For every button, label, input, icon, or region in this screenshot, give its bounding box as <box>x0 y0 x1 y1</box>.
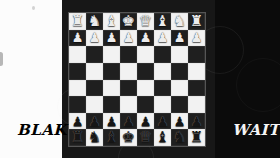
chess-board: ♜♞♝♚♛♝♞♜♟♟♟♟♟♟♟♟♟♟♟♟♟♟♟♟♜♞♝♚♛♝♞♜ <box>68 12 206 147</box>
square-a6[interactable] <box>188 96 205 113</box>
black-knight-icon: ♞ <box>173 130 186 145</box>
edge-smudge <box>0 52 3 66</box>
square-e8[interactable]: ♚ <box>120 129 137 146</box>
square-f5[interactable] <box>103 80 120 97</box>
square-g4[interactable] <box>86 63 103 80</box>
right-caption: WAIT <box>232 121 280 139</box>
square-d5[interactable] <box>137 80 154 97</box>
white-pawn-icon: ♟ <box>89 31 101 44</box>
black-king-icon: ♚ <box>122 130 135 145</box>
square-g6[interactable] <box>86 96 103 113</box>
square-h4[interactable] <box>69 63 86 80</box>
white-pawn-icon: ♟ <box>191 31 203 44</box>
white-bishop-icon: ♝ <box>105 14 118 29</box>
square-f8[interactable]: ♝ <box>103 129 120 146</box>
square-h8[interactable]: ♜ <box>69 129 86 146</box>
square-d2[interactable]: ♟ <box>137 30 154 47</box>
square-e4[interactable] <box>120 63 137 80</box>
white-rook-icon: ♜ <box>71 14 84 29</box>
square-e3[interactable] <box>120 46 137 63</box>
square-f6[interactable] <box>103 96 120 113</box>
square-h5[interactable] <box>69 80 86 97</box>
square-g3[interactable] <box>86 46 103 63</box>
square-f7[interactable]: ♟ <box>103 113 120 130</box>
square-a5[interactable] <box>188 80 205 97</box>
screenshot-root: ♜♞♝♚♛♝♞♜♟♟♟♟♟♟♟♟♟♟♟♟♟♟♟♟♜♞♝♚♛♝♞♜ BLAK WA… <box>0 0 280 158</box>
square-d6[interactable] <box>137 96 154 113</box>
square-b1[interactable]: ♞ <box>171 13 188 30</box>
square-c5[interactable] <box>154 80 171 97</box>
black-pawn-icon: ♟ <box>89 115 101 128</box>
square-h2[interactable]: ♟ <box>69 30 86 47</box>
left-caption: BLAK <box>17 121 67 139</box>
square-a2[interactable]: ♟ <box>188 30 205 47</box>
white-pawn-icon: ♟ <box>72 31 84 44</box>
white-pawn-icon: ♟ <box>123 31 135 44</box>
square-e5[interactable] <box>120 80 137 97</box>
square-c2[interactable]: ♟ <box>154 30 171 47</box>
square-b8[interactable]: ♞ <box>171 129 188 146</box>
white-king-icon: ♚ <box>122 14 135 29</box>
square-c6[interactable] <box>154 96 171 113</box>
square-d7[interactable]: ♟ <box>137 113 154 130</box>
square-c8[interactable]: ♝ <box>154 129 171 146</box>
black-pawn-icon: ♟ <box>157 115 169 128</box>
white-pawn-icon: ♟ <box>140 31 152 44</box>
square-g1[interactable]: ♞ <box>86 13 103 30</box>
square-g8[interactable]: ♞ <box>86 129 103 146</box>
square-b4[interactable] <box>171 63 188 80</box>
square-a1[interactable]: ♜ <box>188 13 205 30</box>
black-pawn-icon: ♟ <box>106 115 118 128</box>
black-bishop-icon: ♝ <box>105 130 118 145</box>
black-queen-icon: ♛ <box>139 130 152 145</box>
black-pawn-icon: ♟ <box>174 115 186 128</box>
black-rook-icon: ♜ <box>190 130 203 145</box>
square-a8[interactable]: ♜ <box>188 129 205 146</box>
square-h7[interactable]: ♟ <box>69 113 86 130</box>
square-b6[interactable] <box>171 96 188 113</box>
black-rook-icon: ♜ <box>71 130 84 145</box>
square-d1[interactable]: ♛ <box>137 13 154 30</box>
square-c4[interactable] <box>154 63 171 80</box>
square-a7[interactable]: ♟ <box>188 113 205 130</box>
square-d8[interactable]: ♛ <box>137 129 154 146</box>
black-bishop-icon: ♝ <box>156 130 169 145</box>
square-b3[interactable] <box>171 46 188 63</box>
square-d4[interactable] <box>137 63 154 80</box>
black-pawn-icon: ♟ <box>123 115 135 128</box>
square-c7[interactable]: ♟ <box>154 113 171 130</box>
white-queen-icon: ♛ <box>139 14 152 29</box>
square-e1[interactable]: ♚ <box>120 13 137 30</box>
square-g5[interactable] <box>86 80 103 97</box>
square-c3[interactable] <box>154 46 171 63</box>
square-f1[interactable]: ♝ <box>103 13 120 30</box>
white-pawn-icon: ♟ <box>174 31 186 44</box>
square-c1[interactable]: ♝ <box>154 13 171 30</box>
white-pawn-icon: ♟ <box>157 31 169 44</box>
square-e2[interactable]: ♟ <box>120 30 137 47</box>
white-pawn-icon: ♟ <box>106 31 118 44</box>
square-b7[interactable]: ♟ <box>171 113 188 130</box>
square-f2[interactable]: ♟ <box>103 30 120 47</box>
square-a3[interactable] <box>188 46 205 63</box>
square-h1[interactable]: ♜ <box>69 13 86 30</box>
square-b5[interactable] <box>171 80 188 97</box>
square-f3[interactable] <box>103 46 120 63</box>
white-rook-icon: ♜ <box>190 14 203 29</box>
white-knight-icon: ♞ <box>88 14 101 29</box>
white-knight-icon: ♞ <box>173 14 186 29</box>
white-bishop-icon: ♝ <box>156 14 169 29</box>
square-h6[interactable] <box>69 96 86 113</box>
square-e7[interactable]: ♟ <box>120 113 137 130</box>
black-knight-icon: ♞ <box>88 130 101 145</box>
square-a4[interactable] <box>188 63 205 80</box>
square-d3[interactable] <box>137 46 154 63</box>
black-pawn-icon: ♟ <box>72 115 84 128</box>
edge-smudge <box>32 6 35 10</box>
black-pawn-icon: ♟ <box>140 115 152 128</box>
black-pawn-icon: ♟ <box>191 115 203 128</box>
square-h3[interactable] <box>69 46 86 63</box>
square-g2[interactable]: ♟ <box>86 30 103 47</box>
square-g7[interactable]: ♟ <box>86 113 103 130</box>
square-e6[interactable] <box>120 96 137 113</box>
square-b2[interactable]: ♟ <box>171 30 188 47</box>
square-f4[interactable] <box>103 63 120 80</box>
